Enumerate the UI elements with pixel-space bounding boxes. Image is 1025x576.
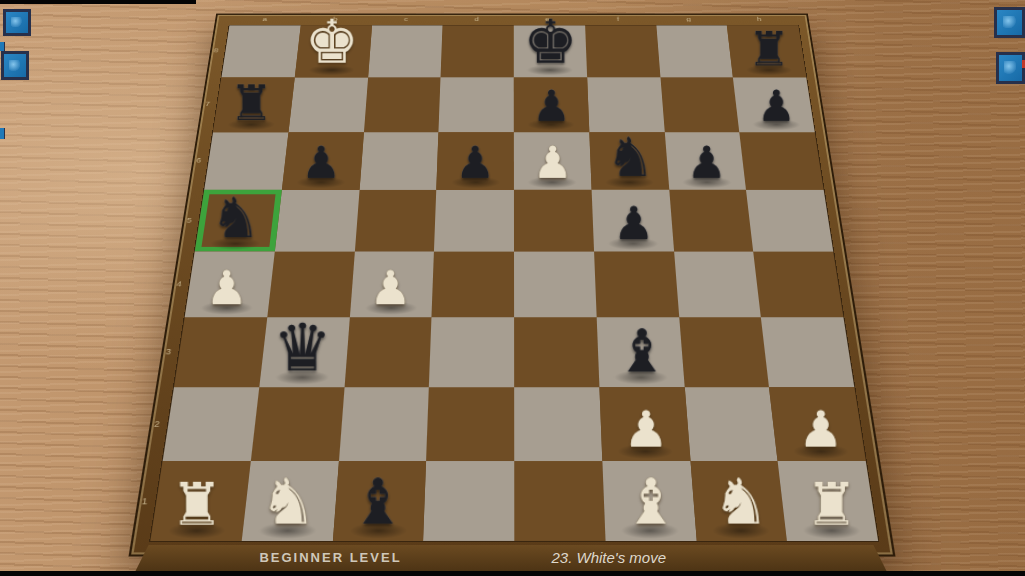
- piece-white-rook-a1[interactable]: ♜: [170, 475, 223, 534]
- square-d5[interactable]: [434, 190, 514, 252]
- square-e7[interactable]: ♟: [514, 77, 589, 132]
- chessboard[interactable]: ♚♚♜♜♟♟♟♟♟♞♟♞♟♟♟♛♝♟♟♜♞♝♝♞♜: [149, 25, 879, 542]
- square-a8[interactable]: [221, 25, 300, 77]
- square-b8[interactable]: ♚: [295, 25, 372, 77]
- file-label-d: d: [441, 16, 512, 22]
- square-e8[interactable]: ♚: [514, 25, 587, 77]
- square-b5[interactable]: [275, 190, 359, 252]
- piece-black-pawn-h7[interactable]: ♟: [757, 84, 796, 127]
- square-h4[interactable]: [753, 252, 843, 317]
- square-b2[interactable]: [251, 387, 345, 461]
- square-c2[interactable]: [338, 387, 429, 461]
- piece-black-king-e8[interactable]: ♚: [523, 12, 577, 72]
- square-e2[interactable]: [514, 387, 602, 461]
- square-e5[interactable]: [514, 190, 594, 252]
- square-b4[interactable]: [267, 252, 354, 317]
- square-h1[interactable]: ♜: [778, 461, 878, 541]
- file-label-a: a: [229, 16, 300, 22]
- square-h8[interactable]: ♜: [727, 25, 806, 77]
- square-c4[interactable]: ♟: [349, 252, 434, 317]
- chessboard-frame: abcdefgh ♚♚♜♜♟♟♟♟♟♞♟♞♟♟♟♛♝♟♟♜♞♝♝♞♜ abcde…: [129, 14, 896, 557]
- square-e3[interactable]: [514, 317, 599, 387]
- piece-black-pawn-f5[interactable]: ♟: [613, 200, 654, 246]
- square-b6[interactable]: ♟: [282, 132, 364, 190]
- piece-black-knight-a5[interactable]: ♞: [210, 190, 260, 246]
- corner-button-top-left-2[interactable]: [1, 51, 29, 80]
- square-f2[interactable]: ♟: [599, 387, 690, 461]
- square-f5[interactable]: ♟: [591, 190, 673, 252]
- square-g6[interactable]: ♟: [664, 132, 746, 190]
- piece-white-king-b8[interactable]: ♚: [304, 12, 358, 72]
- chess-app-screen: abcdefgh ♚♚♜♜♟♟♟♟♟♞♟♞♟♟♟♛♝♟♟♜♞♝♝♞♜ abcde…: [0, 0, 1025, 576]
- square-a7[interactable]: ♜: [213, 77, 294, 132]
- piece-black-queen-b3[interactable]: ♛: [273, 315, 332, 380]
- square-f3[interactable]: ♝: [596, 317, 684, 387]
- square-c6[interactable]: [359, 132, 439, 190]
- piece-black-pawn-e7[interactable]: ♟: [532, 84, 571, 127]
- square-a1[interactable]: ♜: [150, 461, 250, 541]
- square-c8[interactable]: [368, 25, 443, 77]
- square-g3[interactable]: [679, 317, 769, 387]
- piece-black-rook-h8[interactable]: ♜: [748, 25, 791, 72]
- square-a4[interactable]: ♟: [185, 252, 275, 317]
- square-g4[interactable]: [674, 252, 761, 317]
- square-d1[interactable]: [423, 461, 514, 541]
- square-a2[interactable]: [163, 387, 259, 461]
- corner-button-top-right-2[interactable]: [996, 52, 1025, 84]
- square-d2[interactable]: [426, 387, 514, 461]
- square-f4[interactable]: [594, 252, 679, 317]
- piece-white-pawn-a4[interactable]: ♟: [205, 264, 248, 311]
- board-scene: abcdefgh ♚♚♜♜♟♟♟♟♟♞♟♞♟♟♟♛♝♟♟♜♞♝♝♞♜ abcde…: [0, 0, 1025, 576]
- square-g5[interactable]: [669, 190, 754, 252]
- piece-white-pawn-h2[interactable]: ♟: [798, 404, 843, 454]
- rank-label-8: 8: [210, 25, 223, 77]
- square-g1[interactable]: ♞: [690, 461, 787, 541]
- square-h5[interactable]: [746, 190, 833, 252]
- move-indicator: 23. White's move: [551, 549, 666, 566]
- square-f1[interactable]: ♝: [602, 461, 696, 541]
- piece-white-bishop-f1[interactable]: ♝: [622, 471, 679, 534]
- top-black-strip: [0, 0, 196, 4]
- square-b1[interactable]: ♞: [241, 461, 338, 541]
- file-label-g: g: [653, 16, 724, 22]
- piece-black-pawn-g6[interactable]: ♟: [687, 140, 727, 184]
- square-a5[interactable]: ♞: [195, 190, 282, 252]
- square-d4[interactable]: [432, 252, 514, 317]
- piece-black-pawn-d6[interactable]: ♟: [455, 140, 495, 184]
- corner-button-top-right-1[interactable]: [994, 7, 1025, 38]
- rank-label-7: 7: [201, 77, 214, 132]
- square-f6[interactable]: ♞: [589, 132, 669, 190]
- piece-black-bishop-c1[interactable]: ♝: [350, 471, 407, 534]
- file-label-f: f: [583, 16, 654, 22]
- square-d3[interactable]: [429, 317, 514, 387]
- square-h7[interactable]: ♟: [733, 77, 815, 132]
- piece-white-pawn-f2[interactable]: ♟: [623, 404, 668, 454]
- piece-black-bishop-f3[interactable]: ♝: [615, 321, 668, 380]
- square-d6[interactable]: ♟: [437, 132, 514, 190]
- square-c7[interactable]: [363, 77, 440, 132]
- piece-black-knight-f6[interactable]: ♞: [605, 131, 654, 185]
- square-b3[interactable]: ♛: [259, 317, 349, 387]
- edge-button-sliver-2[interactable]: [0, 128, 5, 139]
- square-g8[interactable]: [656, 25, 733, 77]
- square-g2[interactable]: [684, 387, 778, 461]
- square-b7[interactable]: [288, 77, 367, 132]
- piece-white-knight-g1[interactable]: ♞: [712, 471, 769, 534]
- piece-white-pawn-e6[interactable]: ♟: [533, 140, 573, 184]
- square-e4[interactable]: [514, 252, 596, 317]
- edge-button-sliver-1[interactable]: [0, 42, 5, 51]
- square-a6[interactable]: [204, 132, 288, 190]
- square-g7[interactable]: [660, 77, 739, 132]
- level-label: BEGINNER LEVEL: [259, 550, 401, 565]
- square-c3[interactable]: [344, 317, 432, 387]
- square-d7[interactable]: [439, 77, 514, 132]
- piece-black-pawn-b6[interactable]: ♟: [301, 140, 341, 184]
- square-e6[interactable]: ♟: [514, 132, 591, 190]
- board-front-face: BEGINNER LEVEL 23. White's move: [135, 545, 887, 572]
- piece-white-pawn-c4[interactable]: ♟: [370, 264, 413, 311]
- file-label-c: c: [371, 16, 442, 22]
- square-f8[interactable]: [585, 25, 660, 77]
- square-h3[interactable]: [761, 317, 854, 387]
- square-d8[interactable]: [441, 25, 514, 77]
- square-a3[interactable]: [174, 317, 267, 387]
- square-e1[interactable]: [514, 461, 605, 541]
- corner-button-top-left-1[interactable]: [3, 9, 31, 36]
- piece-white-rook-h1[interactable]: ♜: [805, 475, 858, 534]
- piece-white-knight-b1[interactable]: ♞: [259, 471, 316, 534]
- square-h2[interactable]: ♟: [769, 387, 866, 461]
- square-c5[interactable]: [354, 190, 436, 252]
- square-c1[interactable]: ♝: [332, 461, 426, 541]
- piece-black-rook-a7[interactable]: ♜: [229, 78, 273, 127]
- square-f7[interactable]: [587, 77, 664, 132]
- square-h6[interactable]: [739, 132, 823, 190]
- bottom-black-strip: [0, 571, 1025, 576]
